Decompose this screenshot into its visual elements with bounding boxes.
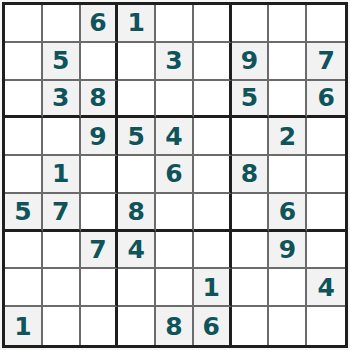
given-digit: 6: [89, 10, 106, 35]
cell-r7c5[interactable]: [156, 232, 194, 270]
cell-r8c2[interactable]: [43, 269, 81, 307]
cell-r9c1[interactable]: 1: [5, 307, 43, 345]
cell-r4c4[interactable]: 5: [118, 118, 156, 156]
cell-r1c3[interactable]: 6: [81, 5, 119, 43]
given-digit: 5: [128, 124, 145, 149]
given-digit: 1: [52, 161, 69, 186]
cell-r3c3[interactable]: 8: [81, 81, 119, 119]
cell-r2c9[interactable]: 7: [307, 43, 345, 81]
given-digit: 3: [165, 48, 182, 73]
cell-r2c6[interactable]: [194, 43, 232, 81]
cell-r5c8[interactable]: [269, 156, 307, 194]
given-digit: 6: [203, 314, 220, 339]
given-digit: 7: [89, 237, 106, 262]
cell-r1c4[interactable]: 1: [118, 5, 156, 43]
cell-r8c9[interactable]: 4: [307, 269, 345, 307]
cell-r5c7[interactable]: 8: [232, 156, 270, 194]
cell-r6c7[interactable]: [232, 194, 270, 232]
given-digit: 5: [241, 85, 258, 110]
given-digit: 5: [52, 48, 69, 73]
cell-r3c7[interactable]: 5: [232, 81, 270, 119]
given-digit: 8: [165, 314, 182, 339]
cell-r9c2[interactable]: [43, 307, 81, 345]
cell-r8c1[interactable]: [5, 269, 43, 307]
cell-r9c8[interactable]: [269, 307, 307, 345]
given-digit: 6: [165, 161, 182, 186]
cell-r6c6[interactable]: [194, 194, 232, 232]
cell-r1c7[interactable]: [232, 5, 270, 43]
cell-r6c1[interactable]: 5: [5, 194, 43, 232]
given-digit: 3: [52, 85, 69, 110]
given-digit: 1: [14, 314, 31, 339]
given-digit: 8: [128, 199, 145, 224]
sudoku-board: 61539738569542168578674914186: [2, 2, 348, 348]
given-digit: 9: [241, 48, 258, 73]
cell-r4c7[interactable]: [232, 118, 270, 156]
given-digit: 5: [14, 199, 31, 224]
cell-r2c5[interactable]: 3: [156, 43, 194, 81]
cell-r1c8[interactable]: [269, 5, 307, 43]
cell-r8c5[interactable]: [156, 269, 194, 307]
cell-r9c7[interactable]: [232, 307, 270, 345]
cell-r8c7[interactable]: [232, 269, 270, 307]
cell-r3c9[interactable]: 6: [307, 81, 345, 119]
cell-r8c3[interactable]: [81, 269, 119, 307]
cell-r3c8[interactable]: [269, 81, 307, 119]
cell-r6c9[interactable]: [307, 194, 345, 232]
cell-r2c3[interactable]: [81, 43, 119, 81]
cell-r3c4[interactable]: [118, 81, 156, 119]
cell-r5c4[interactable]: [118, 156, 156, 194]
cell-r7c8[interactable]: 9: [269, 232, 307, 270]
given-digit: 8: [241, 161, 258, 186]
cell-r2c7[interactable]: 9: [232, 43, 270, 81]
cell-r8c6[interactable]: 1: [194, 269, 232, 307]
cell-r5c9[interactable]: [307, 156, 345, 194]
cell-r2c4[interactable]: [118, 43, 156, 81]
cell-r7c6[interactable]: [194, 232, 232, 270]
cell-r2c1[interactable]: [5, 43, 43, 81]
given-digit: 4: [128, 237, 145, 262]
cell-r5c6[interactable]: [194, 156, 232, 194]
cell-r4c1[interactable]: [5, 118, 43, 156]
cell-r4c3[interactable]: 9: [81, 118, 119, 156]
cell-r4c6[interactable]: [194, 118, 232, 156]
cell-r5c3[interactable]: [81, 156, 119, 194]
cell-r1c9[interactable]: [307, 5, 345, 43]
cell-r3c1[interactable]: [5, 81, 43, 119]
cell-r5c5[interactable]: 6: [156, 156, 194, 194]
cell-r1c1[interactable]: [5, 5, 43, 43]
page-background: 61539738569542168578674914186: [0, 0, 350, 350]
cell-r4c2[interactable]: [43, 118, 81, 156]
cell-r5c1[interactable]: [5, 156, 43, 194]
given-digit: 4: [165, 124, 182, 149]
given-digit: 7: [317, 48, 334, 73]
cell-r6c8[interactable]: 6: [269, 194, 307, 232]
cell-r7c1[interactable]: [5, 232, 43, 270]
cell-r3c6[interactable]: [194, 81, 232, 119]
given-digit: 8: [89, 85, 106, 110]
given-digit: 9: [279, 237, 296, 262]
cell-r8c4[interactable]: [118, 269, 156, 307]
cell-r5c2[interactable]: 1: [43, 156, 81, 194]
cell-r2c8[interactable]: [269, 43, 307, 81]
cell-r4c9[interactable]: [307, 118, 345, 156]
cell-r7c2[interactable]: [43, 232, 81, 270]
given-digit: 7: [52, 199, 69, 224]
cell-r7c9[interactable]: [307, 232, 345, 270]
given-digit: 6: [317, 85, 334, 110]
cell-r1c6[interactable]: [194, 5, 232, 43]
cell-r7c3[interactable]: 7: [81, 232, 119, 270]
cell-r3c2[interactable]: 3: [43, 81, 81, 119]
cell-r6c2[interactable]: 7: [43, 194, 81, 232]
cell-r7c7[interactable]: [232, 232, 270, 270]
given-digit: 6: [279, 199, 296, 224]
cell-r6c3[interactable]: [81, 194, 119, 232]
cell-r2c2[interactable]: 5: [43, 43, 81, 81]
cell-r4c5[interactable]: 4: [156, 118, 194, 156]
cell-r9c9[interactable]: [307, 307, 345, 345]
given-digit: 1: [128, 10, 145, 35]
cell-r9c3[interactable]: [81, 307, 119, 345]
cell-r9c6[interactable]: 6: [194, 307, 232, 345]
given-digit: 1: [203, 275, 220, 300]
cell-r7c4[interactable]: 4: [118, 232, 156, 270]
given-digit: 2: [279, 124, 296, 149]
cell-r3c5[interactable]: [156, 81, 194, 119]
cell-r6c5[interactable]: [156, 194, 194, 232]
given-digit: 4: [317, 275, 334, 300]
cell-r6c4[interactable]: 8: [118, 194, 156, 232]
cell-r1c5[interactable]: [156, 5, 194, 43]
cell-r9c5[interactable]: 8: [156, 307, 194, 345]
cell-r8c8[interactable]: [269, 269, 307, 307]
cell-r9c4[interactable]: [118, 307, 156, 345]
cell-r1c2[interactable]: [43, 5, 81, 43]
cell-r4c8[interactable]: 2: [269, 118, 307, 156]
given-digit: 9: [89, 124, 106, 149]
